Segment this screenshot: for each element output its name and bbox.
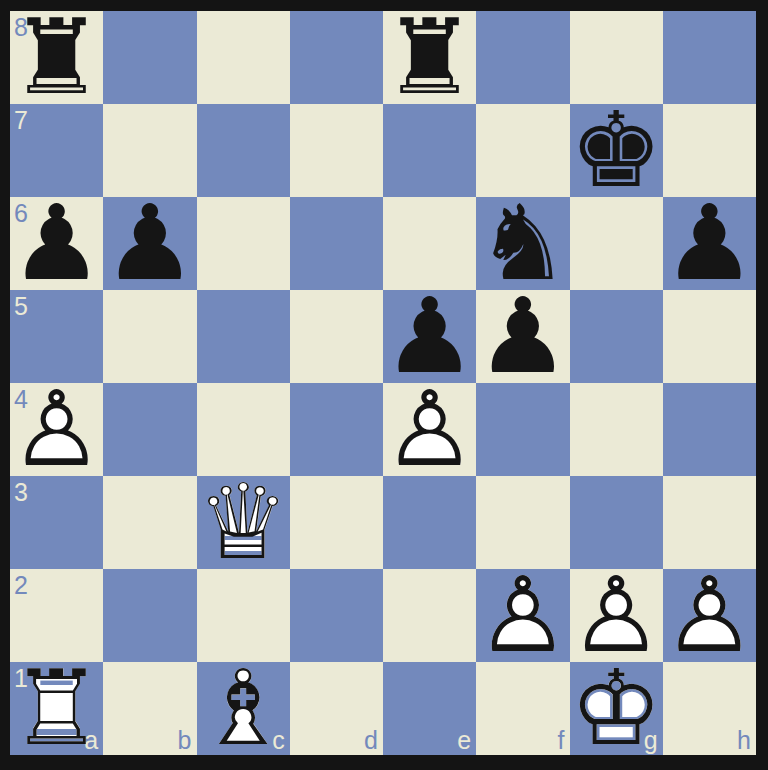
piece-white-king[interactable]: ♔ — [570, 662, 663, 755]
rank-label-1: 1 — [14, 666, 28, 691]
square-d6[interactable] — [290, 197, 383, 290]
piece-white-bishop[interactable]: ♗ — [197, 662, 290, 755]
rank-label-3: 3 — [14, 480, 28, 505]
square-h7[interactable] — [663, 104, 756, 197]
rank-label-5: 5 — [14, 294, 28, 319]
piece-white-rook[interactable]: ♖ — [10, 662, 103, 755]
file-label-b: b — [178, 728, 192, 753]
file-label-f: f — [558, 728, 565, 753]
piece-white-queen-fill: ♛ — [197, 476, 290, 569]
rank-label-7: 7 — [14, 108, 28, 133]
file-label-d: d — [364, 728, 378, 753]
square-f3[interactable] — [476, 476, 569, 569]
square-a8[interactable]: 8♜ — [10, 11, 103, 104]
square-f7[interactable] — [476, 104, 569, 197]
piece-black-pawn[interactable]: ♟ — [663, 197, 756, 290]
piece-black-pawn[interactable]: ♟ — [383, 290, 476, 383]
square-c3[interactable]: ♛♕ — [197, 476, 290, 569]
square-h6[interactable]: ♟ — [663, 197, 756, 290]
square-e6[interactable] — [383, 197, 476, 290]
square-h5[interactable] — [663, 290, 756, 383]
square-a1[interactable]: 1a♜♖ — [10, 662, 103, 755]
file-label-h: h — [737, 728, 751, 753]
piece-white-pawn-fill: ♟ — [383, 383, 476, 476]
square-b4[interactable] — [103, 383, 196, 476]
square-e5[interactable]: ♟ — [383, 290, 476, 383]
square-a2[interactable]: 2 — [10, 569, 103, 662]
square-g3[interactable] — [570, 476, 663, 569]
square-g4[interactable] — [570, 383, 663, 476]
square-b6[interactable]: ♟ — [103, 197, 196, 290]
square-f5[interactable]: ♟ — [476, 290, 569, 383]
square-e2[interactable] — [383, 569, 476, 662]
square-c4[interactable] — [197, 383, 290, 476]
square-a4[interactable]: 4♟♙ — [10, 383, 103, 476]
square-f1[interactable]: f — [476, 662, 569, 755]
square-c1[interactable]: c♝♗ — [197, 662, 290, 755]
file-label-c: c — [272, 728, 285, 753]
square-f4[interactable] — [476, 383, 569, 476]
square-g8[interactable] — [570, 11, 663, 104]
square-d4[interactable] — [290, 383, 383, 476]
square-f8[interactable] — [476, 11, 569, 104]
piece-white-pawn-fill: ♟ — [663, 569, 756, 662]
rank-label-8: 8 — [14, 15, 28, 40]
file-label-a: a — [84, 728, 98, 753]
square-g6[interactable] — [570, 197, 663, 290]
square-b1[interactable]: b — [103, 662, 196, 755]
piece-black-pawn[interactable]: ♟ — [10, 197, 103, 290]
piece-white-rook-fill: ♜ — [10, 662, 103, 755]
rank-label-4: 4 — [14, 387, 28, 412]
square-a7[interactable]: 7 — [10, 104, 103, 197]
square-g7[interactable]: ♚ — [570, 104, 663, 197]
board-frame: 8♜♜7♚6♟♟♞♟5♟♟4♟♙♟♙3♛♕2♟♙♟♙♟♙1a♜♖bc♝♗defg… — [0, 0, 768, 770]
square-b8[interactable] — [103, 11, 196, 104]
square-d2[interactable] — [290, 569, 383, 662]
piece-white-pawn[interactable]: ♙ — [570, 569, 663, 662]
square-h1[interactable]: h — [663, 662, 756, 755]
piece-black-king[interactable]: ♚ — [570, 104, 663, 197]
piece-black-pawn[interactable]: ♟ — [103, 197, 196, 290]
square-b3[interactable] — [103, 476, 196, 569]
square-c8[interactable] — [197, 11, 290, 104]
file-label-e: e — [457, 728, 471, 753]
square-h4[interactable] — [663, 383, 756, 476]
piece-black-pawn[interactable]: ♟ — [476, 290, 569, 383]
square-e4[interactable]: ♟♙ — [383, 383, 476, 476]
square-c5[interactable] — [197, 290, 290, 383]
piece-black-rook[interactable]: ♜ — [10, 11, 103, 104]
rank-label-2: 2 — [14, 573, 28, 598]
square-d5[interactable] — [290, 290, 383, 383]
square-c2[interactable] — [197, 569, 290, 662]
piece-white-pawn[interactable]: ♙ — [383, 383, 476, 476]
piece-white-bishop-fill: ♝ — [197, 662, 290, 755]
square-g5[interactable] — [570, 290, 663, 383]
piece-white-pawn-fill: ♟ — [10, 383, 103, 476]
piece-white-pawn[interactable]: ♙ — [10, 383, 103, 476]
square-a6[interactable]: 6♟ — [10, 197, 103, 290]
piece-white-pawn-fill: ♟ — [476, 569, 569, 662]
square-c6[interactable] — [197, 197, 290, 290]
square-h8[interactable] — [663, 11, 756, 104]
square-f6[interactable]: ♞ — [476, 197, 569, 290]
square-h2[interactable]: ♟♙ — [663, 569, 756, 662]
square-b5[interactable] — [103, 290, 196, 383]
piece-white-queen[interactable]: ♕ — [197, 476, 290, 569]
square-a3[interactable]: 3 — [10, 476, 103, 569]
rank-label-6: 6 — [14, 201, 28, 226]
square-f2[interactable]: ♟♙ — [476, 569, 569, 662]
square-d8[interactable] — [290, 11, 383, 104]
square-g2[interactable]: ♟♙ — [570, 569, 663, 662]
square-c7[interactable] — [197, 104, 290, 197]
piece-black-rook[interactable]: ♜ — [383, 11, 476, 104]
square-b7[interactable] — [103, 104, 196, 197]
piece-white-pawn-fill: ♟ — [570, 569, 663, 662]
piece-white-king-fill: ♚ — [570, 662, 663, 755]
square-b2[interactable] — [103, 569, 196, 662]
square-a5[interactable]: 5 — [10, 290, 103, 383]
square-g1[interactable]: g♚♔ — [570, 662, 663, 755]
square-e7[interactable] — [383, 104, 476, 197]
file-label-g: g — [644, 728, 658, 753]
square-d7[interactable] — [290, 104, 383, 197]
piece-white-pawn[interactable]: ♙ — [476, 569, 569, 662]
square-e1[interactable]: e — [383, 662, 476, 755]
square-e8[interactable]: ♜ — [383, 11, 476, 104]
piece-white-pawn[interactable]: ♙ — [663, 569, 756, 662]
piece-black-knight[interactable]: ♞ — [476, 197, 569, 290]
square-e3[interactable] — [383, 476, 476, 569]
square-h3[interactable] — [663, 476, 756, 569]
square-d1[interactable]: d — [290, 662, 383, 755]
chess-board: 8♜♜7♚6♟♟♞♟5♟♟4♟♙♟♙3♛♕2♟♙♟♙♟♙1a♜♖bc♝♗defg… — [10, 11, 756, 755]
square-d3[interactable] — [290, 476, 383, 569]
